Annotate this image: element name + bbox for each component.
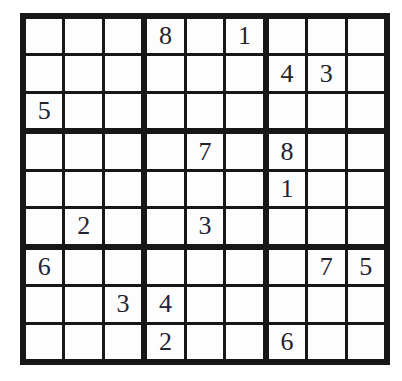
cell-r5c3[interactable] <box>105 172 141 206</box>
cell-r3c9[interactable] <box>348 94 384 128</box>
cell-r3c7[interactable] <box>269 94 305 128</box>
cell-r8c8[interactable] <box>308 287 344 321</box>
cell-r2c6[interactable] <box>226 56 262 90</box>
cell-r1c4[interactable]: 8 <box>147 19 183 53</box>
cell-r9c4[interactable]: 2 <box>147 325 183 359</box>
cell-r1c9[interactable] <box>348 19 384 53</box>
cell-r3c6[interactable] <box>226 94 262 128</box>
cell-r5c5[interactable] <box>187 172 223 206</box>
cell-r3c5[interactable] <box>187 94 223 128</box>
cell-r4c4[interactable] <box>147 134 183 168</box>
box-9: 7 5 6 <box>269 250 384 359</box>
cell-r1c5[interactable] <box>187 19 223 53</box>
cell-r9c7[interactable]: 6 <box>269 325 305 359</box>
cell-r8c2[interactable] <box>65 287 101 321</box>
cell-r5c1[interactable] <box>26 172 62 206</box>
cell-r7c7[interactable] <box>269 250 305 284</box>
cell-r8c9[interactable] <box>348 287 384 321</box>
cell-r7c9[interactable]: 5 <box>348 250 384 284</box>
cell-r3c4[interactable] <box>147 94 183 128</box>
sudoku-board: 5 8 1 4 3 2 7 <box>20 13 390 365</box>
cell-r4c8[interactable] <box>308 134 344 168</box>
cell-r7c3[interactable] <box>105 250 141 284</box>
cell-r9c6[interactable] <box>226 325 262 359</box>
cell-r6c3[interactable] <box>105 209 141 243</box>
cell-r2c7[interactable]: 4 <box>269 56 305 90</box>
cell-r6c2[interactable]: 2 <box>65 209 101 243</box>
cell-r4c2[interactable] <box>65 134 101 168</box>
cell-r1c1[interactable] <box>26 19 62 53</box>
box-5: 7 3 <box>147 134 262 243</box>
cell-r5c6[interactable] <box>226 172 262 206</box>
cell-r7c2[interactable] <box>65 250 101 284</box>
box-2: 8 1 <box>147 19 262 128</box>
cell-r1c6[interactable]: 1 <box>226 19 262 53</box>
cell-r2c2[interactable] <box>65 56 101 90</box>
cell-r2c9[interactable] <box>348 56 384 90</box>
cell-r4c1[interactable] <box>26 134 62 168</box>
cell-r8c6[interactable] <box>226 287 262 321</box>
cell-r2c4[interactable] <box>147 56 183 90</box>
cell-r6c1[interactable] <box>26 209 62 243</box>
cell-r1c2[interactable] <box>65 19 101 53</box>
cell-r9c1[interactable] <box>26 325 62 359</box>
cell-r9c8[interactable] <box>308 325 344 359</box>
cell-r6c6[interactable] <box>226 209 262 243</box>
cell-r3c8[interactable] <box>308 94 344 128</box>
cell-r1c8[interactable] <box>308 19 344 53</box>
cell-r4c3[interactable] <box>105 134 141 168</box>
cell-r6c4[interactable] <box>147 209 183 243</box>
cell-r8c7[interactable] <box>269 287 305 321</box>
cell-r4c6[interactable] <box>226 134 262 168</box>
cell-r1c3[interactable] <box>105 19 141 53</box>
cell-r5c4[interactable] <box>147 172 183 206</box>
cell-r2c3[interactable] <box>105 56 141 90</box>
box-6: 8 1 <box>269 134 384 243</box>
box-8: 4 2 <box>147 250 262 359</box>
cell-r2c1[interactable] <box>26 56 62 90</box>
cell-r4c9[interactable] <box>348 134 384 168</box>
cell-r2c8[interactable]: 3 <box>308 56 344 90</box>
cell-r6c7[interactable] <box>269 209 305 243</box>
cell-r6c5[interactable]: 3 <box>187 209 223 243</box>
cell-r9c3[interactable] <box>105 325 141 359</box>
cell-r9c5[interactable] <box>187 325 223 359</box>
cell-r8c1[interactable] <box>26 287 62 321</box>
box-7: 6 3 <box>26 250 141 359</box>
cell-r7c4[interactable] <box>147 250 183 284</box>
cell-r7c6[interactable] <box>226 250 262 284</box>
cell-r5c8[interactable] <box>308 172 344 206</box>
cell-r9c2[interactable] <box>65 325 101 359</box>
box-1: 5 <box>26 19 141 128</box>
cell-r2c5[interactable] <box>187 56 223 90</box>
box-4: 2 <box>26 134 141 243</box>
cell-r8c4[interactable]: 4 <box>147 287 183 321</box>
cell-r4c5[interactable]: 7 <box>187 134 223 168</box>
cell-r6c9[interactable] <box>348 209 384 243</box>
cell-r4c7[interactable]: 8 <box>269 134 305 168</box>
cell-r7c8[interactable]: 7 <box>308 250 344 284</box>
cell-r6c8[interactable] <box>308 209 344 243</box>
cell-r7c1[interactable]: 6 <box>26 250 62 284</box>
cell-r5c2[interactable] <box>65 172 101 206</box>
cell-r1c7[interactable] <box>269 19 305 53</box>
cell-r9c9[interactable] <box>348 325 384 359</box>
cell-r5c7[interactable]: 1 <box>269 172 305 206</box>
cell-r8c3[interactable]: 3 <box>105 287 141 321</box>
cell-r5c9[interactable] <box>348 172 384 206</box>
cell-r3c3[interactable] <box>105 94 141 128</box>
cell-r3c1[interactable]: 5 <box>26 94 62 128</box>
cell-r3c2[interactable] <box>65 94 101 128</box>
cell-r7c5[interactable] <box>187 250 223 284</box>
cell-r8c5[interactable] <box>187 287 223 321</box>
box-3: 4 3 <box>269 19 384 128</box>
